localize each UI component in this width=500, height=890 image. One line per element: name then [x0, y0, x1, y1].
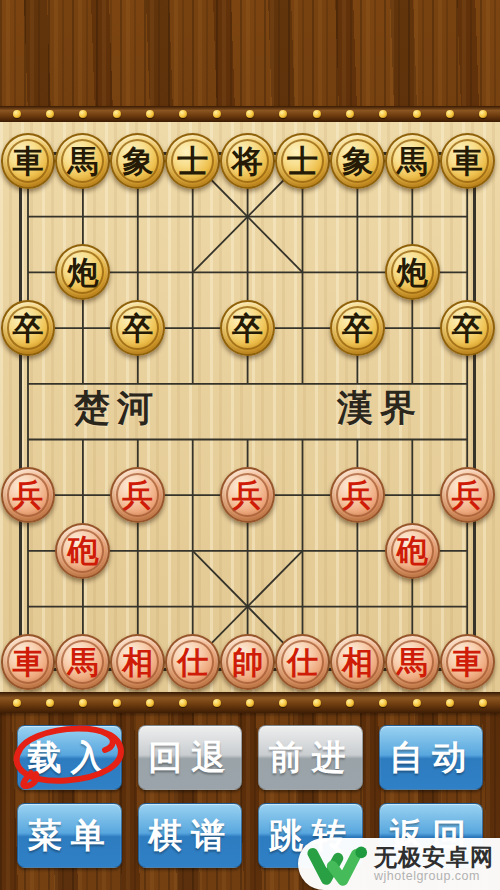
board-intersection: 卒 [1, 300, 56, 356]
board-intersection: 兵 [330, 467, 385, 523]
piece-black-soldier[interactable]: 卒 [330, 300, 385, 356]
rim-stud [479, 699, 487, 707]
piece-red-horse[interactable]: 馬 [55, 634, 110, 690]
record-button[interactable]: 棋谱 [138, 803, 243, 868]
piece-red-general[interactable]: 帥 [220, 634, 275, 690]
auto-button[interactable]: 自动 [379, 725, 484, 790]
piece-red-soldier[interactable]: 兵 [440, 467, 495, 523]
rim-stud [13, 699, 21, 707]
piece-red-advisor[interactable]: 仕 [165, 634, 220, 690]
rim-stud [179, 699, 187, 707]
xiangqi-board: 楚河 漢界 車馬象士将士象馬車炮炮卒卒卒卒卒兵兵兵兵兵砲砲車馬相仕帥仕相馬車 [0, 122, 500, 692]
watermark-site-domain: wjhotelgroup.com [374, 870, 494, 883]
rim-stud [179, 110, 187, 118]
board-intersection: 馬 [385, 634, 440, 690]
rim-stud [413, 110, 421, 118]
watermark-texts: 无极安卓网 wjhotelgroup.com [374, 845, 494, 882]
board-intersection: 車 [440, 634, 495, 690]
undo-button[interactable]: 回退 [138, 725, 243, 790]
board-intersection: 相 [330, 634, 385, 690]
rim-stud [246, 699, 254, 707]
rim-stud [46, 110, 54, 118]
board-intersection: 仕 [165, 634, 220, 690]
piece-red-cannon[interactable]: 砲 [385, 523, 440, 579]
menu-button[interactable]: 菜单 [17, 803, 122, 868]
board-intersection: 卒 [330, 300, 385, 356]
board-intersection: 車 [1, 133, 56, 189]
board-intersection: 兵 [220, 467, 275, 523]
rim-stud [446, 699, 454, 707]
watermark-site-name: 无极安卓网 [374, 845, 494, 869]
piece-black-horse[interactable]: 馬 [55, 133, 110, 189]
piece-red-horse[interactable]: 馬 [385, 634, 440, 690]
rim-stud [279, 110, 287, 118]
piece-black-cannon[interactable]: 炮 [55, 244, 110, 300]
board-intersection: 馬 [55, 133, 110, 189]
board-intersection: 卒 [110, 300, 165, 356]
rim-stud [346, 699, 354, 707]
board-intersection: 士 [275, 133, 330, 189]
piece-red-elephant[interactable]: 相 [110, 634, 165, 690]
rim-stud [113, 110, 121, 118]
rim-stud [446, 110, 454, 118]
piece-red-soldier[interactable]: 兵 [1, 467, 56, 523]
rim-stud [246, 110, 254, 118]
watermark-w-logo [306, 841, 368, 887]
board-intersection: 帥 [220, 634, 275, 690]
board-intersection: 象 [330, 133, 385, 189]
rim-stud [346, 110, 354, 118]
piece-red-elephant[interactable]: 相 [330, 634, 385, 690]
board-rim-bottom [0, 692, 500, 713]
forward-button[interactable]: 前进 [258, 725, 363, 790]
board-intersection: 将 [220, 133, 275, 189]
rim-stud [113, 699, 121, 707]
piece-black-soldier[interactable]: 卒 [220, 300, 275, 356]
rim-stud [279, 699, 287, 707]
board-intersection: 砲 [385, 523, 440, 579]
watermark: 无极安卓网 wjhotelgroup.com [298, 838, 500, 890]
piece-red-cannon[interactable]: 砲 [55, 523, 110, 579]
rim-stud [479, 110, 487, 118]
toolbar-row-1: 载入回退前进自动 [0, 725, 500, 790]
board-intersection: 砲 [55, 523, 110, 579]
board-rim-top [0, 106, 500, 122]
board-intersection: 象 [110, 133, 165, 189]
rim-stud [146, 699, 154, 707]
piece-black-elephant[interactable]: 象 [330, 133, 385, 189]
piece-grid: 車馬象士将士象馬車炮炮卒卒卒卒卒兵兵兵兵兵砲砲車馬相仕帥仕相馬車 [1, 133, 495, 690]
board-intersection: 卒 [220, 300, 275, 356]
piece-red-advisor[interactable]: 仕 [275, 634, 330, 690]
rim-stud [213, 699, 221, 707]
board-intersection: 馬 [55, 634, 110, 690]
rim-stud [213, 110, 221, 118]
piece-black-advisor[interactable]: 士 [165, 133, 220, 189]
board-intersection: 兵 [440, 467, 495, 523]
rim-stud [79, 699, 87, 707]
piece-black-horse[interactable]: 馬 [385, 133, 440, 189]
piece-black-cannon[interactable]: 炮 [385, 244, 440, 300]
rim-stud [413, 699, 421, 707]
piece-black-soldier[interactable]: 卒 [110, 300, 165, 356]
board-intersection: 相 [110, 634, 165, 690]
rim-stud [79, 110, 87, 118]
board-intersection: 車 [440, 133, 495, 189]
board-intersection: 炮 [385, 245, 440, 301]
piece-red-soldier[interactable]: 兵 [220, 467, 275, 523]
piece-black-general[interactable]: 将 [220, 133, 275, 189]
piece-red-soldier[interactable]: 兵 [330, 467, 385, 523]
rim-stud [379, 110, 387, 118]
board-intersection: 兵 [1, 467, 56, 523]
piece-black-soldier[interactable]: 卒 [1, 300, 56, 356]
piece-black-elephant[interactable]: 象 [110, 133, 165, 189]
piece-red-chariot[interactable]: 車 [440, 634, 495, 690]
piece-black-advisor[interactable]: 士 [275, 133, 330, 189]
rim-stud [313, 110, 321, 118]
rim-stud [46, 699, 54, 707]
rim-stud [146, 110, 154, 118]
piece-black-chariot[interactable]: 車 [440, 133, 495, 189]
rim-stud [379, 699, 387, 707]
piece-red-soldier[interactable]: 兵 [110, 467, 165, 523]
board-intersection: 炮 [55, 245, 110, 301]
piece-red-chariot[interactable]: 車 [1, 634, 56, 690]
load-button[interactable]: 载入 [17, 725, 122, 790]
piece-black-soldier[interactable]: 卒 [440, 300, 495, 356]
piece-black-chariot[interactable]: 車 [1, 133, 56, 189]
rim-stud [13, 110, 21, 118]
board-intersection: 兵 [110, 467, 165, 523]
board-intersection: 士 [165, 133, 220, 189]
xiangqi-app-screen: 楚河 漢界 車馬象士将士象馬車炮炮卒卒卒卒卒兵兵兵兵兵砲砲車馬相仕帥仕相馬車 载… [0, 0, 500, 890]
board-intersection: 仕 [275, 634, 330, 690]
board-intersection: 馬 [385, 133, 440, 189]
rim-stud [313, 699, 321, 707]
board-intersection: 車 [1, 634, 56, 690]
board-intersection: 卒 [440, 300, 495, 356]
